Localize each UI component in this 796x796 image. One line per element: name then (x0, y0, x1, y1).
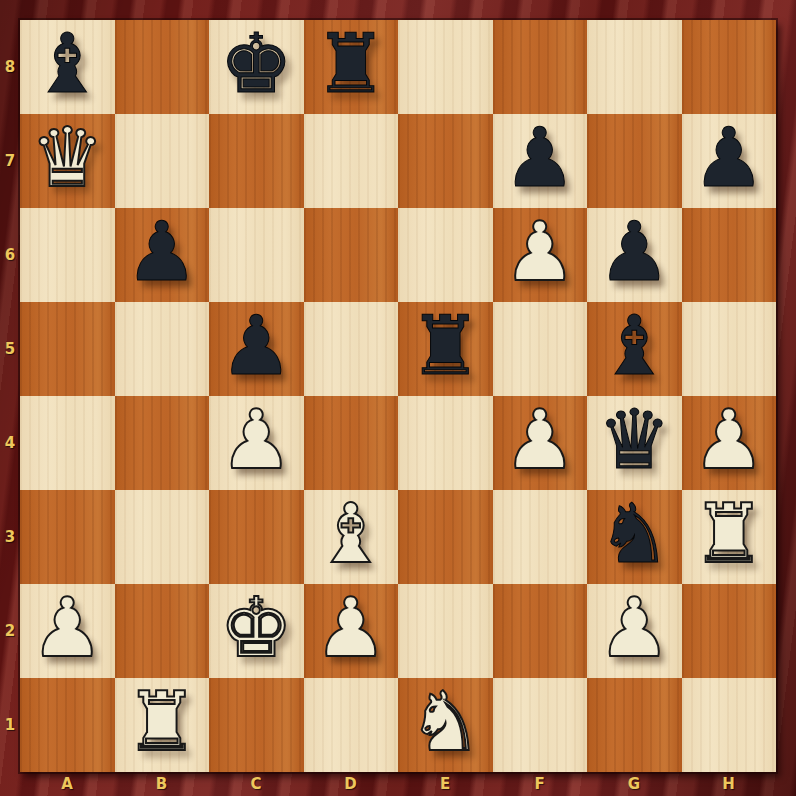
piece-white-pawn-g2[interactable]: ♟ (597, 587, 671, 669)
rank-label-1: 1 (0, 678, 20, 772)
piece-black-knight-g3[interactable]: ♞ (597, 493, 671, 575)
piece-black-rook-e5[interactable]: ♜ (408, 305, 482, 387)
piece-white-knight-e1[interactable]: ♞ (408, 681, 482, 763)
square-g7[interactable] (587, 114, 682, 208)
square-h4[interactable]: ♟ (682, 396, 777, 490)
piece-black-pawn-c5[interactable]: ♟ (219, 305, 293, 387)
square-g2[interactable]: ♟ (587, 584, 682, 678)
square-g1[interactable] (587, 678, 682, 772)
file-label-h: H (682, 772, 776, 796)
square-e3[interactable] (398, 490, 493, 584)
square-f4[interactable]: ♟ (493, 396, 588, 490)
file-label-d: D (304, 772, 398, 796)
piece-white-rook-b1[interactable]: ♜ (125, 681, 199, 763)
piece-black-pawn-g6[interactable]: ♟ (597, 211, 671, 293)
square-e5[interactable]: ♜ (398, 302, 493, 396)
chess-board: ♝♚♜♛♟♟♟♟♟♟♜♝♟♟♛♟♝♞♜♟♚♟♟♜♞ (20, 20, 776, 772)
square-g8[interactable] (587, 20, 682, 114)
square-g4[interactable]: ♛ (587, 396, 682, 490)
square-g5[interactable]: ♝ (587, 302, 682, 396)
square-e1[interactable]: ♞ (398, 678, 493, 772)
square-a6[interactable] (20, 208, 115, 302)
square-b4[interactable] (115, 396, 210, 490)
square-h1[interactable] (682, 678, 777, 772)
square-f8[interactable] (493, 20, 588, 114)
square-a4[interactable] (20, 396, 115, 490)
square-f2[interactable] (493, 584, 588, 678)
square-h2[interactable] (682, 584, 777, 678)
square-c6[interactable] (209, 208, 304, 302)
square-a8[interactable]: ♝ (20, 20, 115, 114)
piece-white-king-c2[interactable]: ♚ (219, 587, 293, 669)
square-e8[interactable] (398, 20, 493, 114)
piece-black-queen-g4[interactable]: ♛ (597, 399, 671, 481)
square-a7[interactable]: ♛ (20, 114, 115, 208)
square-b1[interactable]: ♜ (115, 678, 210, 772)
rank-label-8: 8 (0, 20, 20, 114)
piece-white-queen-a7[interactable]: ♛ (30, 117, 104, 199)
square-d2[interactable]: ♟ (304, 584, 399, 678)
square-b2[interactable] (115, 584, 210, 678)
piece-black-pawn-h7[interactable]: ♟ (692, 117, 766, 199)
square-f5[interactable] (493, 302, 588, 396)
square-e7[interactable] (398, 114, 493, 208)
chess-board-frame: ♝♚♜♛♟♟♟♟♟♟♜♝♟♟♛♟♝♞♜♟♚♟♟♜♞ 87654321ABCDEF… (0, 0, 796, 796)
piece-black-rook-d8[interactable]: ♜ (314, 23, 388, 105)
square-h7[interactable]: ♟ (682, 114, 777, 208)
piece-black-bishop-g5[interactable]: ♝ (597, 305, 671, 387)
square-d7[interactable] (304, 114, 399, 208)
square-c1[interactable] (209, 678, 304, 772)
square-h5[interactable] (682, 302, 777, 396)
piece-black-pawn-b6[interactable]: ♟ (125, 211, 199, 293)
square-a5[interactable] (20, 302, 115, 396)
square-e6[interactable] (398, 208, 493, 302)
square-c2[interactable]: ♚ (209, 584, 304, 678)
square-d3[interactable]: ♝ (304, 490, 399, 584)
square-e4[interactable] (398, 396, 493, 490)
file-label-f: F (493, 772, 587, 796)
square-e2[interactable] (398, 584, 493, 678)
rank-label-7: 7 (0, 114, 20, 208)
square-d5[interactable] (304, 302, 399, 396)
square-h8[interactable] (682, 20, 777, 114)
square-h3[interactable]: ♜ (682, 490, 777, 584)
square-c5[interactable]: ♟ (209, 302, 304, 396)
rank-label-6: 6 (0, 208, 20, 302)
square-g3[interactable]: ♞ (587, 490, 682, 584)
piece-white-pawn-f6[interactable]: ♟ (503, 211, 577, 293)
square-c8[interactable]: ♚ (209, 20, 304, 114)
piece-white-bishop-d3[interactable]: ♝ (314, 493, 388, 575)
square-d6[interactable] (304, 208, 399, 302)
file-label-g: G (587, 772, 681, 796)
file-label-a: A (20, 772, 114, 796)
piece-black-pawn-f7[interactable]: ♟ (503, 117, 577, 199)
piece-white-pawn-f4[interactable]: ♟ (503, 399, 577, 481)
square-c4[interactable]: ♟ (209, 396, 304, 490)
square-a1[interactable] (20, 678, 115, 772)
rank-label-3: 3 (0, 490, 20, 584)
square-f7[interactable]: ♟ (493, 114, 588, 208)
square-c7[interactable] (209, 114, 304, 208)
file-label-e: E (398, 772, 492, 796)
square-a2[interactable]: ♟ (20, 584, 115, 678)
rank-label-2: 2 (0, 584, 20, 678)
square-h6[interactable] (682, 208, 777, 302)
piece-white-pawn-a2[interactable]: ♟ (30, 587, 104, 669)
piece-white-pawn-c4[interactable]: ♟ (219, 399, 293, 481)
square-b7[interactable] (115, 114, 210, 208)
square-f1[interactable] (493, 678, 588, 772)
square-f3[interactable] (493, 490, 588, 584)
square-d8[interactable]: ♜ (304, 20, 399, 114)
rank-label-5: 5 (0, 302, 20, 396)
square-b8[interactable] (115, 20, 210, 114)
piece-white-pawn-d2[interactable]: ♟ (314, 587, 388, 669)
square-a3[interactable] (20, 490, 115, 584)
piece-white-rook-h3[interactable]: ♜ (692, 493, 766, 575)
rank-label-4: 4 (0, 396, 20, 490)
square-d4[interactable] (304, 396, 399, 490)
square-f6[interactable]: ♟ (493, 208, 588, 302)
square-b3[interactable] (115, 490, 210, 584)
square-d1[interactable] (304, 678, 399, 772)
file-label-b: B (115, 772, 209, 796)
square-b6[interactable]: ♟ (115, 208, 210, 302)
square-c3[interactable] (209, 490, 304, 584)
piece-white-pawn-h4[interactable]: ♟ (692, 399, 766, 481)
file-label-c: C (209, 772, 303, 796)
piece-black-king-c8[interactable]: ♚ (219, 23, 293, 105)
square-b5[interactable] (115, 302, 210, 396)
square-g6[interactable]: ♟ (587, 208, 682, 302)
piece-black-bishop-a8[interactable]: ♝ (30, 23, 104, 105)
